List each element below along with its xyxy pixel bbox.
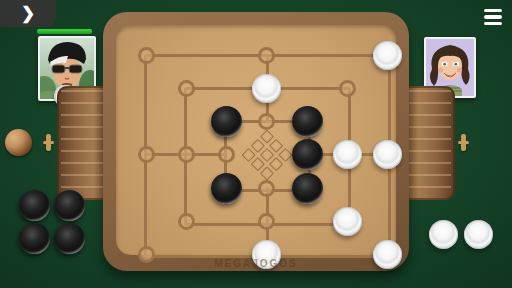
black-piece-e3[interactable] xyxy=(292,173,323,204)
point-g4[interactable] xyxy=(368,138,408,171)
menu-button[interactable] xyxy=(484,6,506,28)
white-tray-piece[interactable] xyxy=(464,220,493,249)
point-g7[interactable] xyxy=(368,39,408,72)
game-screen: ❯ xyxy=(0,0,512,288)
point-a7[interactable] xyxy=(126,39,166,72)
point-e4[interactable] xyxy=(287,138,327,171)
black-piece-e5[interactable] xyxy=(292,106,323,137)
empty-point-ring xyxy=(138,47,155,64)
point-d5[interactable] xyxy=(247,105,287,138)
white-piece-f2[interactable] xyxy=(333,207,362,236)
morris-board: MEGAJOGOS xyxy=(103,12,409,271)
drawer-slats xyxy=(61,90,105,196)
white-piece-g7[interactable] xyxy=(373,41,402,70)
black-tray-piece[interactable] xyxy=(19,190,50,221)
timer-fill xyxy=(37,29,92,34)
empty-point-ring xyxy=(339,80,356,97)
black-piece-e4[interactable] xyxy=(292,139,323,170)
right-piece-drawer xyxy=(403,86,455,200)
black-tray-piece[interactable] xyxy=(54,223,85,254)
black-tray-piece[interactable] xyxy=(54,190,85,221)
point-c4[interactable] xyxy=(207,138,247,171)
white-piece-g4[interactable] xyxy=(373,140,402,169)
point-f6[interactable] xyxy=(327,72,367,105)
empty-point-ring xyxy=(178,213,195,230)
back-button[interactable]: ❯ xyxy=(0,0,56,27)
empty-point-ring xyxy=(218,146,235,163)
board-surface xyxy=(116,25,396,255)
empty-point-ring xyxy=(258,180,275,197)
chevron-right-icon: ❯ xyxy=(21,3,35,24)
wooden-ball-decoration xyxy=(5,129,32,156)
point-d2[interactable] xyxy=(247,205,287,238)
hamburger-icon xyxy=(484,15,502,18)
left-drawer-handle xyxy=(46,134,51,151)
black-piece-c5[interactable] xyxy=(211,106,242,137)
point-d3[interactable] xyxy=(247,172,287,205)
white-piece-f4[interactable] xyxy=(333,140,362,169)
point-b6[interactable] xyxy=(166,72,206,105)
point-f4[interactable] xyxy=(327,138,367,171)
left-player-timer-bar xyxy=(37,29,92,34)
point-e3[interactable] xyxy=(287,172,327,205)
white-pieces-tray xyxy=(427,218,494,250)
white-tray-piece[interactable] xyxy=(429,220,458,249)
empty-point-ring xyxy=(258,113,275,130)
black-tray-piece[interactable] xyxy=(19,223,50,254)
point-f2[interactable] xyxy=(327,205,367,238)
point-d6[interactable] xyxy=(247,72,287,105)
board-watermark: MEGAJOGOS xyxy=(103,258,409,269)
hamburger-icon xyxy=(484,22,502,25)
black-pieces-tray xyxy=(18,190,85,253)
empty-point-ring xyxy=(178,80,195,97)
white-piece-d6[interactable] xyxy=(252,74,281,103)
empty-point-ring xyxy=(258,213,275,230)
point-a4[interactable] xyxy=(126,138,166,171)
empty-point-ring xyxy=(258,47,275,64)
black-piece-c3[interactable] xyxy=(211,173,242,204)
point-c5[interactable] xyxy=(207,105,247,138)
drawer-slats xyxy=(407,90,451,196)
empty-point-ring xyxy=(178,146,195,163)
point-b2[interactable] xyxy=(166,205,206,238)
hamburger-icon xyxy=(484,9,502,12)
empty-point-ring xyxy=(138,146,155,163)
point-e5[interactable] xyxy=(287,105,327,138)
board-points xyxy=(126,39,408,271)
left-piece-drawer xyxy=(57,86,109,200)
point-d7[interactable] xyxy=(247,39,287,72)
point-c3[interactable] xyxy=(207,172,247,205)
right-drawer-handle xyxy=(461,134,466,151)
point-b4[interactable] xyxy=(166,138,206,171)
